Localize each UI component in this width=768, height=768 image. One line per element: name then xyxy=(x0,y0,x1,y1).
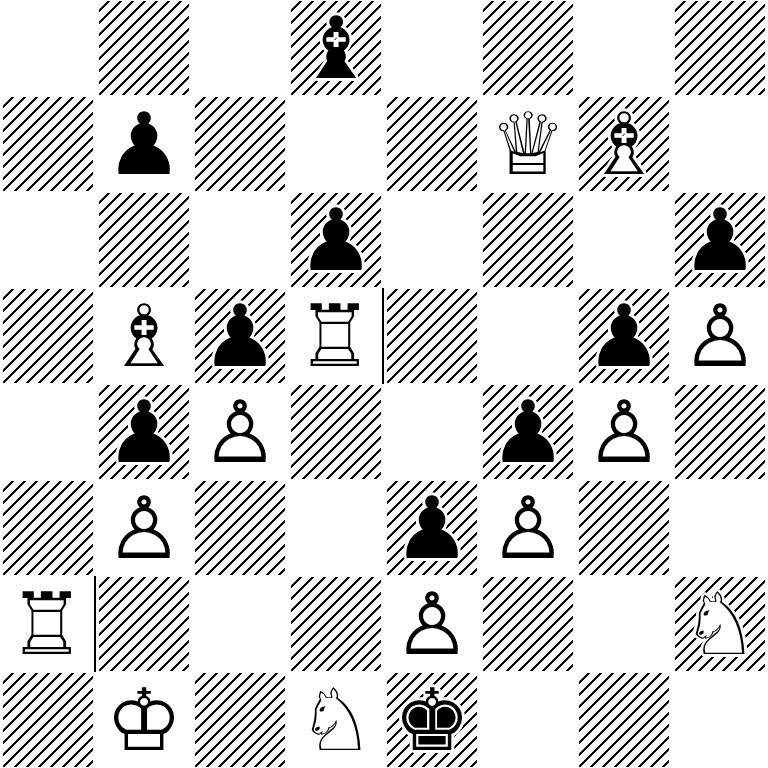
square-c7[interactable] xyxy=(192,96,288,192)
square-f3[interactable]: ♟♙ xyxy=(480,480,576,576)
square-b1[interactable]: ♚♔ xyxy=(96,672,192,768)
black-pawn-icon: ♟ xyxy=(672,192,768,288)
white-knight-icon: ♘ xyxy=(288,672,384,768)
square-h1[interactable] xyxy=(672,672,768,768)
square-g2[interactable] xyxy=(576,576,672,672)
piece-black-pawn[interactable]: ♟♟ xyxy=(576,288,672,384)
square-a7[interactable] xyxy=(0,96,96,192)
square-c8[interactable] xyxy=(192,0,288,96)
white-bishop-icon: ♗ xyxy=(576,96,672,192)
piece-black-bishop[interactable]: ♝♝ xyxy=(288,0,384,96)
square-e5[interactable] xyxy=(384,288,480,384)
black-pawn-icon: ♟ xyxy=(480,384,576,480)
square-a5[interactable] xyxy=(0,288,96,384)
white-pawn-icon: ♙ xyxy=(96,480,192,576)
white-pawn-icon: ♙ xyxy=(576,384,672,480)
piece-black-pawn[interactable]: ♟♟ xyxy=(480,384,576,480)
square-d4[interactable] xyxy=(288,384,384,480)
white-knight-icon: ♘ xyxy=(672,576,768,672)
white-rook-icon: ♖ xyxy=(288,288,382,384)
white-pawn-icon: ♙ xyxy=(192,384,288,480)
square-e1[interactable]: ♚♚ xyxy=(384,672,480,768)
piece-white-pawn[interactable]: ♟♙ xyxy=(576,384,672,480)
black-king-icon: ♚ xyxy=(384,672,480,768)
square-d1[interactable]: ♞♘ xyxy=(288,672,384,768)
black-pawn-icon: ♟ xyxy=(96,96,192,192)
piece-white-rook[interactable]: ♜♖ xyxy=(0,576,94,672)
white-rook-icon: ♖ xyxy=(0,576,94,672)
piece-white-rook[interactable]: ♜♖ xyxy=(288,288,382,384)
square-f8[interactable] xyxy=(480,0,576,96)
square-d7[interactable] xyxy=(288,96,384,192)
square-b2[interactable] xyxy=(96,576,192,672)
square-d3[interactable] xyxy=(288,480,384,576)
piece-black-pawn[interactable]: ♟♟ xyxy=(96,384,192,480)
square-h4[interactable] xyxy=(672,384,768,480)
piece-black-pawn[interactable]: ♟♟ xyxy=(192,288,288,384)
piece-white-pawn[interactable]: ♟♙ xyxy=(96,480,192,576)
square-e8[interactable] xyxy=(384,0,480,96)
square-a2[interactable]: ♜♖ xyxy=(0,576,96,672)
piece-white-queen[interactable]: ♛♕ xyxy=(480,96,576,192)
square-e7[interactable] xyxy=(384,96,480,192)
piece-white-pawn[interactable]: ♟♙ xyxy=(672,288,768,384)
black-bishop-icon: ♝ xyxy=(288,0,384,96)
square-b3[interactable]: ♟♙ xyxy=(96,480,192,576)
black-pawn-icon: ♟ xyxy=(288,192,384,288)
piece-black-king[interactable]: ♚♚ xyxy=(384,672,480,768)
white-queen-icon: ♕ xyxy=(480,96,576,192)
black-pawn-icon: ♟ xyxy=(384,480,480,576)
square-a3[interactable] xyxy=(0,480,96,576)
square-f4[interactable]: ♟♟ xyxy=(480,384,576,480)
square-c5[interactable]: ♟♟ xyxy=(192,288,288,384)
square-c4[interactable]: ♟♙ xyxy=(192,384,288,480)
chess-board: ♝♝♟♟♛♕♝♗♟♟♟♟♝♗♟♟♜♖♟♟♟♙♟♟♟♙♟♟♟♙♟♙♟♟♟♙♜♖♟♙… xyxy=(0,0,768,768)
square-g6[interactable] xyxy=(576,192,672,288)
square-e2[interactable]: ♟♙ xyxy=(384,576,480,672)
piece-white-knight[interactable]: ♞♘ xyxy=(288,672,384,768)
square-c2[interactable] xyxy=(192,576,288,672)
square-e4[interactable] xyxy=(384,384,480,480)
square-f5[interactable] xyxy=(480,288,576,384)
white-king-icon: ♔ xyxy=(96,672,192,768)
piece-white-bishop[interactable]: ♝♗ xyxy=(96,288,192,384)
white-bishop-icon: ♗ xyxy=(96,288,192,384)
square-b7[interactable]: ♟♟ xyxy=(96,96,192,192)
square-a6[interactable] xyxy=(0,192,96,288)
square-a1[interactable] xyxy=(0,672,96,768)
square-b5[interactable]: ♝♗ xyxy=(96,288,192,384)
square-d5[interactable]: ♜♖ xyxy=(288,288,384,384)
square-h5[interactable]: ♟♙ xyxy=(672,288,768,384)
square-h7[interactable] xyxy=(672,96,768,192)
square-g3[interactable] xyxy=(576,480,672,576)
black-pawn-icon: ♟ xyxy=(192,288,288,384)
white-pawn-icon: ♙ xyxy=(480,480,576,576)
piece-white-pawn[interactable]: ♟♙ xyxy=(192,384,288,480)
black-pawn-icon: ♟ xyxy=(96,384,192,480)
piece-white-pawn[interactable]: ♟♙ xyxy=(480,480,576,576)
piece-white-pawn[interactable]: ♟♙ xyxy=(384,576,480,672)
square-f1[interactable] xyxy=(480,672,576,768)
square-f7[interactable]: ♛♕ xyxy=(480,96,576,192)
square-g8[interactable] xyxy=(576,0,672,96)
square-g4[interactable]: ♟♙ xyxy=(576,384,672,480)
square-h6[interactable]: ♟♟ xyxy=(672,192,768,288)
square-e3[interactable]: ♟♟ xyxy=(384,480,480,576)
square-g5[interactable]: ♟♟ xyxy=(576,288,672,384)
square-f2[interactable] xyxy=(480,576,576,672)
square-h2[interactable]: ♞♘ xyxy=(672,576,768,672)
piece-black-pawn[interactable]: ♟♟ xyxy=(384,480,480,576)
square-c3[interactable] xyxy=(192,480,288,576)
square-b6[interactable] xyxy=(96,192,192,288)
square-g7[interactable]: ♝♗ xyxy=(576,96,672,192)
piece-white-knight[interactable]: ♞♘ xyxy=(672,576,768,672)
square-a4[interactable] xyxy=(0,384,96,480)
square-a8[interactable] xyxy=(0,0,96,96)
black-pawn-icon: ♟ xyxy=(576,288,672,384)
white-pawn-icon: ♙ xyxy=(384,576,480,672)
piece-black-pawn[interactable]: ♟♟ xyxy=(672,192,768,288)
square-b4[interactable]: ♟♟ xyxy=(96,384,192,480)
piece-white-bishop[interactable]: ♝♗ xyxy=(576,96,672,192)
square-h3[interactable] xyxy=(672,480,768,576)
square-g1[interactable] xyxy=(576,672,672,768)
square-d8[interactable]: ♝♝ xyxy=(288,0,384,96)
piece-black-pawn[interactable]: ♟♟ xyxy=(288,192,384,288)
piece-black-pawn[interactable]: ♟♟ xyxy=(96,96,192,192)
square-c1[interactable] xyxy=(192,672,288,768)
piece-white-king[interactable]: ♚♔ xyxy=(96,672,192,768)
square-b8[interactable] xyxy=(96,0,192,96)
square-d6[interactable]: ♟♟ xyxy=(288,192,384,288)
square-f6[interactable] xyxy=(480,192,576,288)
square-h8[interactable] xyxy=(672,0,768,96)
square-c6[interactable] xyxy=(192,192,288,288)
square-d2[interactable] xyxy=(288,576,384,672)
white-pawn-icon: ♙ xyxy=(672,288,768,384)
square-e6[interactable] xyxy=(384,192,480,288)
